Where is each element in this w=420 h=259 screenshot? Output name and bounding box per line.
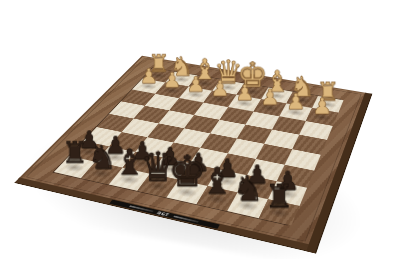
piece-white-pawn[interactable]: ♟ [312,96,332,116]
piece-white-pawn[interactable]: ♟ [211,79,230,99]
piece-white-pawn[interactable]: ♟ [235,83,254,103]
piece-black-knight[interactable]: ♞ [232,173,263,205]
square-h8[interactable]: ♜ [259,199,300,225]
dgt-brand-text: DGT [157,211,171,217]
piece-black-knight[interactable]: ♞ [87,143,116,173]
piece-black-rook[interactable]: ♜ [265,183,294,212]
piece-white-pawn[interactable]: ♟ [260,88,280,108]
piece-black-bishop[interactable]: ♝ [201,165,234,199]
chessboard-product-photo: DGT ♜♞♝♛♚♝♞♜♟♟♟♟♟♟♟♟♟♟♟♟♟♟♟♟♜♞♝♛♚♝♞♜ [0,0,420,259]
piece-white-pawn[interactable]: ♟ [163,71,182,90]
piece-white-pawn[interactable]: ♟ [140,67,159,86]
piece-white-pawn[interactable]: ♟ [286,92,306,112]
piece-black-rook[interactable]: ♜ [62,140,88,167]
piece-white-pawn[interactable]: ♟ [186,75,205,94]
